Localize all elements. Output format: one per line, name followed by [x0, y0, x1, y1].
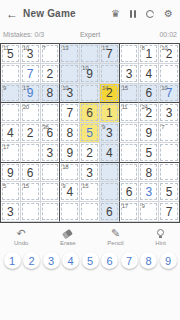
cell-r5c5[interactable]: 5 — [80, 123, 100, 143]
numpad-7[interactable]: 7 — [121, 252, 138, 269]
cell-r3c6[interactable]: 142 — [100, 84, 120, 104]
cage-sum: 7 — [43, 45, 46, 51]
given-digit: 6 — [145, 87, 152, 99]
cell-r4c5[interactable]: 6 — [80, 103, 100, 123]
cell-r6c5[interactable]: 2 — [80, 143, 100, 163]
given-digit: 8 — [47, 87, 54, 99]
given-digit: 3 — [86, 167, 93, 179]
given-digit: 3 — [106, 127, 113, 139]
user-digit: 5 — [86, 127, 93, 139]
cell-r6c3[interactable]: 3 — [41, 143, 61, 163]
cell-r3c8[interactable]: 6 — [139, 84, 159, 104]
cage-sum: 11 — [122, 104, 128, 110]
eraser-icon — [63, 228, 72, 239]
cell-r4c6[interactable]: 1 — [100, 103, 120, 123]
numpad-6[interactable]: 6 — [101, 252, 118, 269]
cage-sum: 10 — [23, 45, 29, 51]
given-digit: 5 — [145, 147, 152, 159]
cell-r2c2[interactable]: 7 — [21, 64, 41, 84]
cell-r4c8[interactable]: 242 — [139, 103, 159, 123]
cell-r5c8[interactable]: 9 — [139, 123, 159, 143]
cell-r5c6[interactable]: 93 — [100, 123, 120, 143]
theme-palette-icon[interactable] — [146, 9, 154, 19]
cage-sum: 9 — [102, 124, 105, 130]
given-digit: 9 — [7, 167, 14, 179]
cell-r5c2[interactable]: 2 — [21, 123, 41, 143]
cell-r1c7[interactable] — [120, 44, 140, 64]
cell-r2c6[interactable] — [100, 64, 120, 84]
numpad-8[interactable]: 8 — [140, 252, 157, 269]
cell-r8c2[interactable]: 15 — [21, 182, 41, 202]
cell-r2c1[interactable] — [1, 64, 21, 84]
hint-button[interactable]: Hint — [155, 228, 166, 246]
pause-icon[interactable] — [130, 9, 136, 19]
cage-sum: 15 — [23, 183, 29, 189]
cell-r8c8[interactable]: 3 — [139, 182, 159, 202]
cell-r4c7[interactable]: 11 — [120, 103, 140, 123]
cage-sum: 18 — [62, 164, 68, 170]
cell-r5c7[interactable] — [120, 123, 140, 143]
cell-r9c5[interactable] — [80, 202, 100, 222]
timer: 00:02 — [159, 31, 177, 38]
pencil-icon: ✎ — [111, 228, 120, 239]
cell-r7c3[interactable] — [41, 163, 61, 183]
cell-r6c6[interactable]: 4 — [100, 143, 120, 163]
cell-r1c9[interactable]: 102 — [159, 44, 179, 64]
given-digit: 5 — [166, 186, 173, 198]
cell-r8c4[interactable]: 94 — [60, 182, 80, 202]
given-digit: 6 — [86, 107, 93, 119]
cell-r2c7[interactable]: 3 — [120, 64, 140, 84]
cell-r9c1[interactable]: 3 — [1, 202, 21, 222]
user-digit: 7 — [27, 68, 34, 80]
cage-sum: 17 — [102, 45, 108, 51]
cell-r6c1[interactable]: 17 — [1, 143, 21, 163]
cell-r8c5[interactable]: 15 — [80, 182, 100, 202]
cell-r7c6[interactable] — [100, 163, 120, 183]
given-digit: 6 — [106, 206, 113, 218]
cell-r1c8[interactable]: 81 — [139, 44, 159, 64]
cell-r4c2[interactable]: 20 — [21, 103, 41, 123]
cell-r3c9[interactable]: 107 — [159, 84, 179, 104]
numpad-5[interactable]: 5 — [82, 252, 99, 269]
cell-r3c3[interactable]: 8 — [41, 84, 61, 104]
cell-r3c5[interactable] — [80, 84, 100, 104]
cage-sum: 17 — [23, 85, 29, 91]
crown-icon[interactable]: ♛ — [111, 9, 120, 19]
cell-r5c3[interactable]: 366 — [41, 123, 61, 143]
cell-r2c3[interactable]: 2 — [41, 64, 61, 84]
given-digit: 6 — [27, 167, 34, 179]
cell-r7c8[interactable]: 8 — [139, 163, 159, 183]
cage-sum: 10 — [62, 85, 68, 91]
given-digit: 1 — [106, 107, 113, 119]
cell-r1c4[interactable]: 13 — [60, 44, 80, 64]
cell-r9c8[interactable]: 9 — [139, 202, 159, 222]
cell-r1c1[interactable]: 115 — [1, 44, 21, 64]
numpad-1[interactable]: 1 — [4, 252, 21, 269]
toolbar: ↶ Undo Erase ✎ Pencil Hint — [0, 223, 180, 246]
cell-r8c7[interactable]: 6 — [120, 182, 140, 202]
cell-r1c5[interactable] — [80, 44, 100, 64]
numpad-3[interactable]: 3 — [43, 252, 60, 269]
undo-button[interactable]: ↶ Undo — [14, 228, 28, 246]
given-digit: 4 — [106, 147, 113, 159]
cell-r9c7[interactable]: 17 — [120, 202, 140, 222]
top-bar: ← New Game ♛ ⚙ — [0, 0, 180, 27]
numpad-2[interactable]: 2 — [23, 252, 40, 269]
cage-sum: 10 — [161, 85, 167, 91]
erase-button[interactable]: Erase — [60, 228, 76, 246]
cell-r3c2[interactable]: 179 — [21, 84, 41, 104]
given-digit: 3 — [166, 107, 173, 119]
cell-r7c9[interactable] — [159, 163, 179, 183]
cell-r5c1[interactable]: 4 — [1, 123, 21, 143]
cell-r2c4[interactable] — [60, 64, 80, 84]
cell-r3c7[interactable]: 15 — [120, 84, 140, 104]
cage-sum: 9 — [141, 203, 144, 209]
cage-sum: 11 — [3, 45, 9, 51]
given-digit: 2 — [47, 68, 54, 80]
header-icons: ♛ ⚙ — [111, 9, 173, 19]
cell-r5c4[interactable]: 8 — [60, 123, 80, 143]
cell-r7c1[interactable]: 9 — [1, 163, 21, 183]
cell-r1c6[interactable]: 177 — [100, 44, 120, 64]
page-title: New Game — [23, 8, 76, 19]
given-digit: 4 — [7, 127, 14, 139]
cage-sum: 17 — [122, 203, 128, 209]
given-digit: 3 — [47, 147, 54, 159]
cell-r3c4[interactable]: 103 — [60, 84, 80, 104]
cell-r5c9[interactable]: 7 — [159, 123, 179, 143]
given-digit: 2 — [27, 127, 34, 139]
cell-r7c2[interactable]: 6 — [21, 163, 41, 183]
cell-r2c9[interactable] — [159, 64, 179, 84]
cell-r9c9[interactable]: 7 — [159, 202, 179, 222]
mistakes-counter: Mistakes: 0/3 — [3, 31, 44, 38]
user-digit: 3 — [145, 186, 152, 198]
cage-sum: 9 — [62, 183, 65, 189]
bulb-icon — [157, 228, 164, 239]
given-digit: 7 — [166, 206, 173, 218]
cell-r3c1[interactable]: 9 — [1, 84, 21, 104]
numpad-4[interactable]: 4 — [62, 252, 79, 269]
cell-r2c5[interactable]: 109 — [80, 64, 100, 84]
given-digit: 4 — [145, 68, 152, 80]
cell-r7c5[interactable]: 3 — [80, 163, 100, 183]
given-digit: 3 — [7, 206, 14, 218]
cell-r2c8[interactable]: 4 — [139, 64, 159, 84]
cell-r1c2[interactable]: 103 — [21, 44, 41, 64]
given-digit: 6 — [126, 186, 133, 198]
cell-r4c1[interactable] — [1, 103, 21, 123]
cell-r6c7[interactable] — [120, 143, 140, 163]
cage-sum: 7 — [161, 124, 164, 130]
cell-r7c4[interactable]: 18 — [60, 163, 80, 183]
given-digit: 7 — [66, 107, 73, 119]
back-icon[interactable]: ← — [6, 8, 18, 20]
cage-sum: 14 — [102, 85, 108, 91]
cell-r6c8[interactable]: 5 — [139, 143, 159, 163]
pencil-button[interactable]: ✎ Pencil — [107, 228, 123, 246]
cell-r4c4[interactable]: 7 — [60, 103, 80, 123]
cell-r6c2[interactable] — [21, 143, 41, 163]
cell-r9c2[interactable] — [21, 202, 41, 222]
cell-r6c9[interactable] — [159, 143, 179, 163]
cell-r7c7[interactable] — [120, 163, 140, 183]
cell-r8c6[interactable] — [100, 182, 120, 202]
given-digit: 4 — [66, 186, 73, 198]
cage-sum: 10 — [82, 65, 88, 71]
given-digit: 3 — [126, 68, 133, 80]
cage-sum: 17 — [3, 144, 9, 150]
cell-r9c4[interactable] — [60, 202, 80, 222]
cage-sum: 24 — [141, 104, 147, 110]
numpad-9[interactable]: 9 — [160, 252, 177, 269]
cell-r8c9[interactable]: 5 — [159, 182, 179, 202]
cage-sum: 8 — [141, 45, 144, 51]
status-bar: Mistakes: 0/3 Expert 00:02 — [0, 27, 180, 43]
cage-sum: 9 — [3, 85, 6, 91]
given-digit: 8 — [66, 127, 73, 139]
cell-r8c3[interactable] — [41, 182, 61, 202]
given-digit: 9 — [66, 147, 73, 159]
given-digit: 1 — [145, 48, 152, 60]
cell-r8c1[interactable]: 5 — [1, 182, 21, 202]
cage-sum: 36 — [43, 124, 49, 130]
cell-r1c3[interactable]: 7 — [41, 44, 61, 64]
undo-icon: ↶ — [17, 228, 26, 239]
cage-sum: 13 — [62, 45, 68, 51]
number-pad: 123456789 — [0, 252, 180, 269]
cell-r6c4[interactable]: 9 — [60, 143, 80, 163]
given-digit: 9 — [145, 127, 152, 139]
cage-sum: 15 — [122, 85, 128, 91]
cage-sum: 10 — [161, 45, 167, 51]
cage-sum: 20 — [23, 104, 29, 110]
cell-r9c3[interactable] — [41, 202, 61, 222]
cell-r9c6[interactable]: 6 — [100, 202, 120, 222]
given-digit: 8 — [145, 167, 152, 179]
cell-r4c3[interactable] — [41, 103, 61, 123]
settings-gear-icon[interactable]: ⚙ — [164, 9, 173, 19]
cage-sum: 5 — [3, 183, 6, 189]
given-digit: 2 — [86, 147, 93, 159]
cell-r4c9[interactable]: 3 — [159, 103, 179, 123]
cage-sum: 15 — [82, 183, 88, 189]
killer-sudoku-board: 1151037131778110272109349179810314215610… — [0, 43, 180, 223]
